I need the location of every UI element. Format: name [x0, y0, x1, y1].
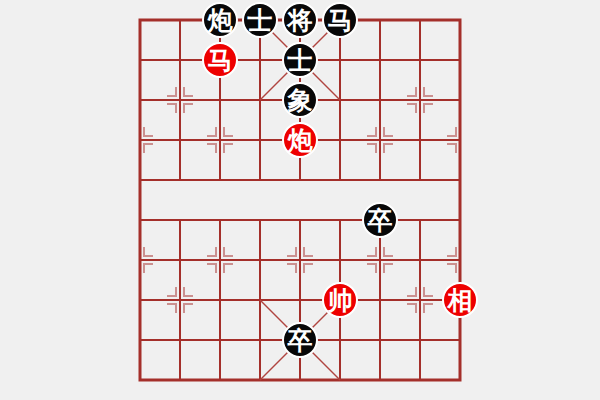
- piece-red-elephant[interactable]: 相: [442, 282, 478, 318]
- piece-black-advisor[interactable]: 士: [282, 42, 318, 78]
- piece-black-elephant[interactable]: 象: [282, 82, 318, 118]
- piece-black-cannon[interactable]: 炮: [202, 2, 238, 38]
- piece-black-horse[interactable]: 马: [322, 2, 358, 38]
- piece-black-advisor[interactable]: 士: [242, 2, 278, 38]
- xiangqi-app: 炮士将马马士象炮卒帅相卒: [0, 0, 600, 400]
- piece-red-horse[interactable]: 马: [202, 42, 238, 78]
- piece-black-pawn[interactable]: 卒: [282, 322, 318, 358]
- piece-black-general[interactable]: 将: [282, 2, 318, 38]
- piece-red-general[interactable]: 帅: [322, 282, 358, 318]
- piece-red-cannon[interactable]: 炮: [282, 122, 318, 158]
- piece-black-pawn[interactable]: 卒: [362, 202, 398, 238]
